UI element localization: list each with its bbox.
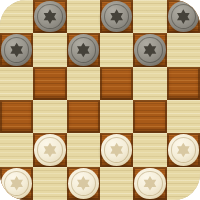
square-f6[interactable]: [167, 0, 200, 33]
square-e2[interactable]: [133, 133, 166, 166]
square-f4[interactable]: [167, 67, 200, 100]
square-c6[interactable]: [67, 0, 100, 33]
square-a1[interactable]: [0, 167, 33, 200]
square-b3[interactable]: [33, 100, 66, 133]
piece-face: [37, 4, 62, 29]
piece-face: [71, 171, 96, 196]
square-d2[interactable]: [100, 133, 133, 166]
square-a6[interactable]: [0, 0, 33, 33]
dark-piece-e5[interactable]: [134, 34, 165, 65]
six-pointed-star-icon: [109, 142, 124, 157]
square-b4[interactable]: [33, 67, 66, 100]
square-d3[interactable]: [100, 100, 133, 133]
six-pointed-star-icon: [176, 142, 191, 157]
square-d5[interactable]: [100, 33, 133, 66]
piece-face: [104, 4, 129, 29]
square-c3[interactable]: [67, 100, 100, 133]
dark-piece-b6[interactable]: [34, 1, 65, 32]
square-c1[interactable]: [67, 167, 100, 200]
six-pointed-star-icon: [176, 9, 191, 24]
square-d4[interactable]: [100, 67, 133, 100]
light-piece-f2[interactable]: [168, 134, 199, 165]
square-b6[interactable]: [33, 0, 66, 33]
piece-face: [171, 4, 196, 29]
piece-face: [171, 137, 196, 162]
piece-face: [137, 37, 162, 62]
dark-piece-a5[interactable]: [1, 34, 32, 65]
square-a4[interactable]: [0, 67, 33, 100]
square-b1[interactable]: [33, 167, 66, 200]
six-pointed-star-icon: [42, 142, 57, 157]
six-pointed-star-icon: [9, 176, 24, 191]
square-f3[interactable]: [167, 100, 200, 133]
light-piece-a1[interactable]: [1, 168, 32, 199]
piece-face: [37, 137, 62, 162]
square-f1[interactable]: [167, 167, 200, 200]
checkers-app-icon: [0, 0, 200, 200]
dark-piece-c5[interactable]: [68, 34, 99, 65]
piece-face: [104, 137, 129, 162]
square-f5[interactable]: [167, 33, 200, 66]
dark-piece-d6[interactable]: [101, 1, 132, 32]
square-e6[interactable]: [133, 0, 166, 33]
piece-face: [4, 37, 29, 62]
light-piece-d2[interactable]: [101, 134, 132, 165]
piece-face: [71, 37, 96, 62]
square-f2[interactable]: [167, 133, 200, 166]
piece-face: [137, 171, 162, 196]
square-a3[interactable]: [0, 100, 33, 133]
square-e3[interactable]: [133, 100, 166, 133]
square-c2[interactable]: [67, 133, 100, 166]
square-e1[interactable]: [133, 167, 166, 200]
six-pointed-star-icon: [76, 42, 91, 57]
square-a5[interactable]: [0, 33, 33, 66]
six-pointed-star-icon: [142, 42, 157, 57]
square-e5[interactable]: [133, 33, 166, 66]
light-piece-c1[interactable]: [68, 168, 99, 199]
six-pointed-star-icon: [109, 9, 124, 24]
square-c5[interactable]: [67, 33, 100, 66]
square-c4[interactable]: [67, 67, 100, 100]
six-pointed-star-icon: [142, 176, 157, 191]
six-pointed-star-icon: [76, 176, 91, 191]
six-pointed-star-icon: [42, 9, 57, 24]
six-pointed-star-icon: [9, 42, 24, 57]
square-b2[interactable]: [33, 133, 66, 166]
square-d1[interactable]: [100, 167, 133, 200]
light-piece-e1[interactable]: [134, 168, 165, 199]
dark-piece-f6[interactable]: [168, 1, 199, 32]
checkers-board: [0, 0, 200, 200]
square-a2[interactable]: [0, 133, 33, 166]
light-piece-b2[interactable]: [34, 134, 65, 165]
square-d6[interactable]: [100, 0, 133, 33]
square-e4[interactable]: [133, 67, 166, 100]
square-b5[interactable]: [33, 33, 66, 66]
piece-face: [4, 171, 29, 196]
